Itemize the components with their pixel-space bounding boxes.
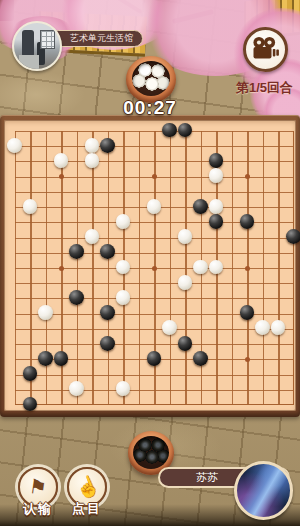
board-grid: ●●○○●○○●○○○●○○●●○○●●●○○○○●○○●●○○○●●●●●●●… [15,131,294,405]
black-stone: ● [240,214,255,229]
black-stone: ● [69,290,84,305]
black-stone: ● [54,351,69,366]
star-point [245,357,250,362]
white-stone: ○ [7,138,22,153]
white-stone: ○ [271,320,286,335]
star-point [152,266,157,271]
white-flag-icon: ⚑ [27,474,48,500]
black-stone: ● [100,305,115,320]
white-stone: ○ [162,320,177,335]
move-timer: 00:27 [0,97,300,119]
black-stone: ● [100,336,115,351]
black-stone: ● [23,397,38,412]
pointing-hand-icon: ☝ [71,471,103,503]
black-stone: ● [23,366,38,381]
round-indicator: 第1/5回合 [236,79,293,97]
star-point [152,174,157,179]
white-stone: ○ [178,275,193,290]
record-video-button[interactable] [243,27,288,72]
star-point [59,266,64,271]
black-stone: ● [178,336,193,351]
black-stone: ● [38,351,53,366]
go-board-surface: ●●○○●○○●○○○●○○●●○○●●●○○○○●○○●●○○○●●●●●●●… [4,120,296,411]
black-stone: ● [193,351,208,366]
avatar-statue-shape [22,30,34,57]
white-stone: ○ [116,290,131,305]
star-point [245,174,250,179]
white-stone: ○ [85,229,100,244]
black-stone: ● [209,214,224,229]
black-stone: ● [209,153,224,168]
white-stone: ○ [147,199,162,214]
white-stones-in-bowl [132,61,170,96]
black-stone: ● [100,244,115,259]
player-avatar[interactable] [234,461,293,520]
black-stone: ● [100,138,115,153]
white-stone: ○ [209,260,224,275]
resign-button-label: 认输 [12,500,64,518]
white-stone: ○ [38,305,53,320]
white-stone: ○ [209,199,224,214]
white-stone: ○ [209,168,224,183]
go-board[interactable]: ●●○○●○○●○○○●○○●●○○●●●○○○○●○○●●○○○●●●●●●●… [0,115,300,417]
white-stone: ○ [255,320,270,335]
game-screen: 艺术单元生活馆 00:27 第1/5回合 ●●○○●○○●○○○●○○●●○○●… [0,0,300,526]
black-stone: ● [147,351,162,366]
white-stones-bowl [126,56,176,103]
count-points-button-label: 点目 [61,500,113,518]
white-stone: ○ [193,260,208,275]
white-stone: ○ [54,153,69,168]
white-stone: ○ [85,153,100,168]
black-stone: ● [162,123,177,138]
white-stone: ○ [116,214,131,229]
black-stone: ● [286,229,300,244]
black-stone: ● [193,199,208,214]
star-point [59,174,64,179]
white-stone: ○ [116,260,131,275]
black-stone: ● [69,244,84,259]
white-stone: ○ [116,381,131,396]
video-camera-icon [252,36,279,64]
white-stone: ○ [23,199,38,214]
white-stone: ○ [178,229,193,244]
opponent-avatar[interactable] [12,21,62,71]
white-stone: ○ [69,381,84,396]
black-stone: ● [178,123,193,138]
avatar-window-shape [40,30,55,49]
black-stones-in-bowl [133,436,169,469]
star-point [245,266,250,271]
black-stone: ● [240,305,255,320]
opponent-name-pill: 艺术单元生活馆 [50,30,143,47]
white-stone: ○ [85,138,100,153]
